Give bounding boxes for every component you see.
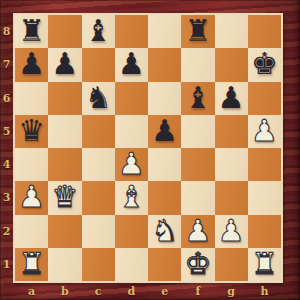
square-h3[interactable] bbox=[248, 181, 281, 214]
square-f8[interactable]: ♜ bbox=[181, 15, 214, 48]
square-d8[interactable] bbox=[115, 15, 148, 48]
white-pawn-h5[interactable]: ♟ bbox=[251, 114, 278, 147]
square-g1[interactable] bbox=[215, 248, 248, 281]
square-e8[interactable] bbox=[148, 15, 181, 48]
black-pawn-d7[interactable]: ♟ bbox=[118, 47, 145, 80]
square-f7[interactable] bbox=[181, 48, 214, 81]
white-pawn-g2[interactable]: ♟ bbox=[218, 214, 245, 247]
square-b2[interactable] bbox=[48, 215, 81, 248]
square-a6[interactable] bbox=[15, 82, 48, 115]
square-e5[interactable]: ♟ bbox=[148, 115, 181, 148]
square-c4[interactable] bbox=[82, 148, 115, 181]
square-f2[interactable]: ♟ bbox=[181, 215, 214, 248]
rank-label-1: 1 bbox=[3, 258, 11, 271]
white-rook-h1[interactable]: ♜ bbox=[251, 247, 278, 280]
square-c5[interactable] bbox=[82, 115, 115, 148]
rank-label-3: 3 bbox=[3, 191, 11, 204]
square-e1[interactable] bbox=[148, 248, 181, 281]
square-d6[interactable] bbox=[115, 82, 148, 115]
file-label-h: h bbox=[260, 285, 268, 298]
square-g3[interactable] bbox=[215, 181, 248, 214]
square-b5[interactable] bbox=[48, 115, 81, 148]
black-pawn-a7[interactable]: ♟ bbox=[18, 47, 45, 80]
file-label-a: a bbox=[28, 285, 35, 298]
square-g8[interactable] bbox=[215, 15, 248, 48]
square-b3[interactable]: ♛ bbox=[48, 181, 81, 214]
white-bishop-d3[interactable]: ♝ bbox=[118, 180, 145, 213]
black-queen-a5[interactable]: ♛ bbox=[18, 114, 45, 147]
square-f4[interactable] bbox=[181, 148, 214, 181]
rank-label-4: 4 bbox=[3, 158, 11, 171]
chess-board-widget: 87654321 abcdefgh ♜♝♜♟♟♟♚♞♝♟♛♟♟♟♟♛♝♞♟♟♜♚… bbox=[0, 0, 300, 300]
square-b7[interactable]: ♟ bbox=[48, 48, 81, 81]
white-pawn-f2[interactable]: ♟ bbox=[184, 214, 211, 247]
square-f6[interactable]: ♝ bbox=[181, 82, 214, 115]
square-c6[interactable]: ♞ bbox=[82, 82, 115, 115]
rank-labels: 87654321 bbox=[0, 15, 13, 281]
square-f1[interactable]: ♚ bbox=[181, 248, 214, 281]
square-c8[interactable]: ♝ bbox=[82, 15, 115, 48]
white-knight-e2[interactable]: ♞ bbox=[151, 214, 178, 247]
square-d5[interactable] bbox=[115, 115, 148, 148]
square-f5[interactable] bbox=[181, 115, 214, 148]
square-d1[interactable] bbox=[115, 248, 148, 281]
file-label-f: f bbox=[196, 285, 201, 298]
square-h7[interactable]: ♚ bbox=[248, 48, 281, 81]
square-b6[interactable] bbox=[48, 82, 81, 115]
square-c3[interactable] bbox=[82, 181, 115, 214]
square-e6[interactable] bbox=[148, 82, 181, 115]
black-pawn-e5[interactable]: ♟ bbox=[151, 114, 178, 147]
square-d3[interactable]: ♝ bbox=[115, 181, 148, 214]
square-g7[interactable] bbox=[215, 48, 248, 81]
square-e2[interactable]: ♞ bbox=[148, 215, 181, 248]
rank-label-8: 8 bbox=[3, 25, 11, 38]
square-a7[interactable]: ♟ bbox=[15, 48, 48, 81]
square-e3[interactable] bbox=[148, 181, 181, 214]
square-c2[interactable] bbox=[82, 215, 115, 248]
black-bishop-c8[interactable]: ♝ bbox=[85, 14, 112, 47]
rank-label-7: 7 bbox=[3, 58, 11, 71]
square-h6[interactable] bbox=[248, 82, 281, 115]
square-h5[interactable]: ♟ bbox=[248, 115, 281, 148]
file-labels: abcdefgh bbox=[15, 283, 281, 299]
square-c1[interactable] bbox=[82, 248, 115, 281]
square-g5[interactable] bbox=[215, 115, 248, 148]
square-b4[interactable] bbox=[48, 148, 81, 181]
rank-label-2: 2 bbox=[3, 225, 11, 238]
square-h4[interactable] bbox=[248, 148, 281, 181]
file-label-g: g bbox=[227, 285, 235, 298]
black-pawn-g6[interactable]: ♟ bbox=[218, 81, 245, 114]
board-frame: ♜♝♜♟♟♟♚♞♝♟♛♟♟♟♟♛♝♞♟♟♜♚♜ bbox=[13, 13, 283, 283]
chess-board: ♜♝♜♟♟♟♚♞♝♟♛♟♟♟♟♛♝♞♟♟♜♚♜ bbox=[15, 15, 281, 281]
white-king-f1[interactable]: ♚ bbox=[184, 247, 211, 280]
square-e7[interactable] bbox=[148, 48, 181, 81]
square-h1[interactable]: ♜ bbox=[248, 248, 281, 281]
white-queen-b3[interactable]: ♛ bbox=[51, 180, 78, 213]
square-a4[interactable] bbox=[15, 148, 48, 181]
white-pawn-a3[interactable]: ♟ bbox=[18, 180, 45, 213]
square-a1[interactable]: ♜ bbox=[15, 248, 48, 281]
file-label-c: c bbox=[95, 285, 102, 298]
square-a3[interactable]: ♟ bbox=[15, 181, 48, 214]
square-d2[interactable] bbox=[115, 215, 148, 248]
square-a8[interactable]: ♜ bbox=[15, 15, 48, 48]
square-g6[interactable]: ♟ bbox=[215, 82, 248, 115]
square-a5[interactable]: ♛ bbox=[15, 115, 48, 148]
square-h2[interactable] bbox=[248, 215, 281, 248]
white-pawn-d4[interactable]: ♟ bbox=[118, 147, 145, 180]
square-d7[interactable]: ♟ bbox=[115, 48, 148, 81]
black-knight-c6[interactable]: ♞ bbox=[85, 81, 112, 114]
black-rook-a8[interactable]: ♜ bbox=[18, 14, 45, 47]
white-rook-a1[interactable]: ♜ bbox=[18, 247, 45, 280]
black-king-h7[interactable]: ♚ bbox=[251, 47, 278, 80]
square-a2[interactable] bbox=[15, 215, 48, 248]
file-label-e: e bbox=[161, 285, 168, 298]
square-f3[interactable] bbox=[181, 181, 214, 214]
square-c7[interactable] bbox=[82, 48, 115, 81]
file-label-d: d bbox=[128, 285, 136, 298]
rank-label-6: 6 bbox=[3, 92, 11, 105]
black-rook-f8[interactable]: ♜ bbox=[184, 14, 211, 47]
square-g2[interactable]: ♟ bbox=[215, 215, 248, 248]
square-e4[interactable] bbox=[148, 148, 181, 181]
square-g4[interactable] bbox=[215, 148, 248, 181]
square-d4[interactable]: ♟ bbox=[115, 148, 148, 181]
black-bishop-f6[interactable]: ♝ bbox=[184, 81, 211, 114]
rank-label-5: 5 bbox=[3, 125, 11, 138]
square-h8[interactable] bbox=[248, 15, 281, 48]
black-pawn-b7[interactable]: ♟ bbox=[51, 47, 78, 80]
square-b1[interactable] bbox=[48, 248, 81, 281]
file-label-b: b bbox=[61, 285, 69, 298]
square-b8[interactable] bbox=[48, 15, 81, 48]
